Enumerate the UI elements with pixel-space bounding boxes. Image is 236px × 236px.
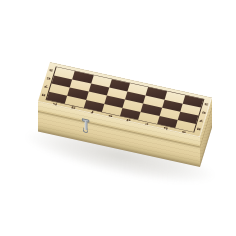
product-photo: hgfedcba 5678 5678 — [0, 0, 236, 236]
latch-clasp-icon — [82, 118, 90, 135]
latch-hook — [83, 127, 89, 133]
